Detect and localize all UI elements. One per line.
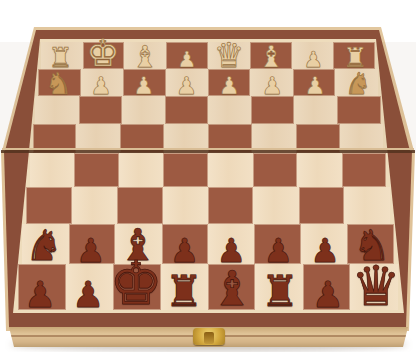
board-square [294,96,337,124]
board-row [38,69,378,96]
board-square [208,153,253,187]
board-square [293,69,335,96]
board-square [299,187,344,224]
front-edge-panel [0,327,416,347]
board-square [337,96,380,124]
board-square [333,42,375,69]
board-square [123,69,165,96]
chess-board [0,0,416,352]
board-square [253,153,298,187]
board-square [297,153,342,187]
board-square [117,187,162,224]
board-square [18,264,65,310]
board-square [83,42,125,69]
board-square [335,69,377,96]
board-row [18,264,398,310]
board-square [208,42,250,69]
board-square [41,42,83,69]
board-square [301,224,347,264]
board-square [35,96,78,124]
board-square [208,264,255,310]
board-square [30,153,75,187]
board-square [250,42,292,69]
board-square [166,69,208,96]
board-square [347,224,393,264]
board-square [208,224,254,264]
board-square [255,264,302,310]
fold-seam [1,150,415,153]
board-square [163,187,208,224]
board-square [115,224,161,264]
board-square [69,224,115,264]
product-photo: ♜♚♝♟♛♝♟♜♞♟♟♟♟♟♟♞♞♟♝♟♟♟♟♞♟♟♚♜♝♜♟♛ [0,0,416,352]
board-square [208,96,251,124]
board-square [81,69,123,96]
board-square [66,264,113,310]
board-square [342,153,387,187]
board-square [119,153,164,187]
board-square [344,187,389,224]
board-square [165,96,208,124]
brass-clasp-icon [193,328,225,345]
board-square [166,42,208,69]
board-square [208,187,253,224]
board-row [26,187,390,224]
board-square [113,264,160,310]
board-row [22,224,393,264]
board-square [22,224,68,264]
board-square [250,69,292,96]
clasp-knob [204,332,214,344]
board-square [72,187,117,224]
board-square [251,96,294,124]
board-row [30,153,387,187]
board-row [35,96,380,124]
board-square [74,153,119,187]
board-square [79,96,122,124]
board-square [303,264,350,310]
board-square [350,264,397,310]
board-square [208,69,250,96]
board-square [124,42,166,69]
board-square [253,187,298,224]
board-row [41,42,376,69]
board-square [38,69,80,96]
board-square [162,224,208,264]
board-square [163,153,208,187]
board-square [161,264,208,310]
board-square [254,224,300,264]
board-square [122,96,165,124]
board-square [26,187,71,224]
board-square [292,42,334,69]
